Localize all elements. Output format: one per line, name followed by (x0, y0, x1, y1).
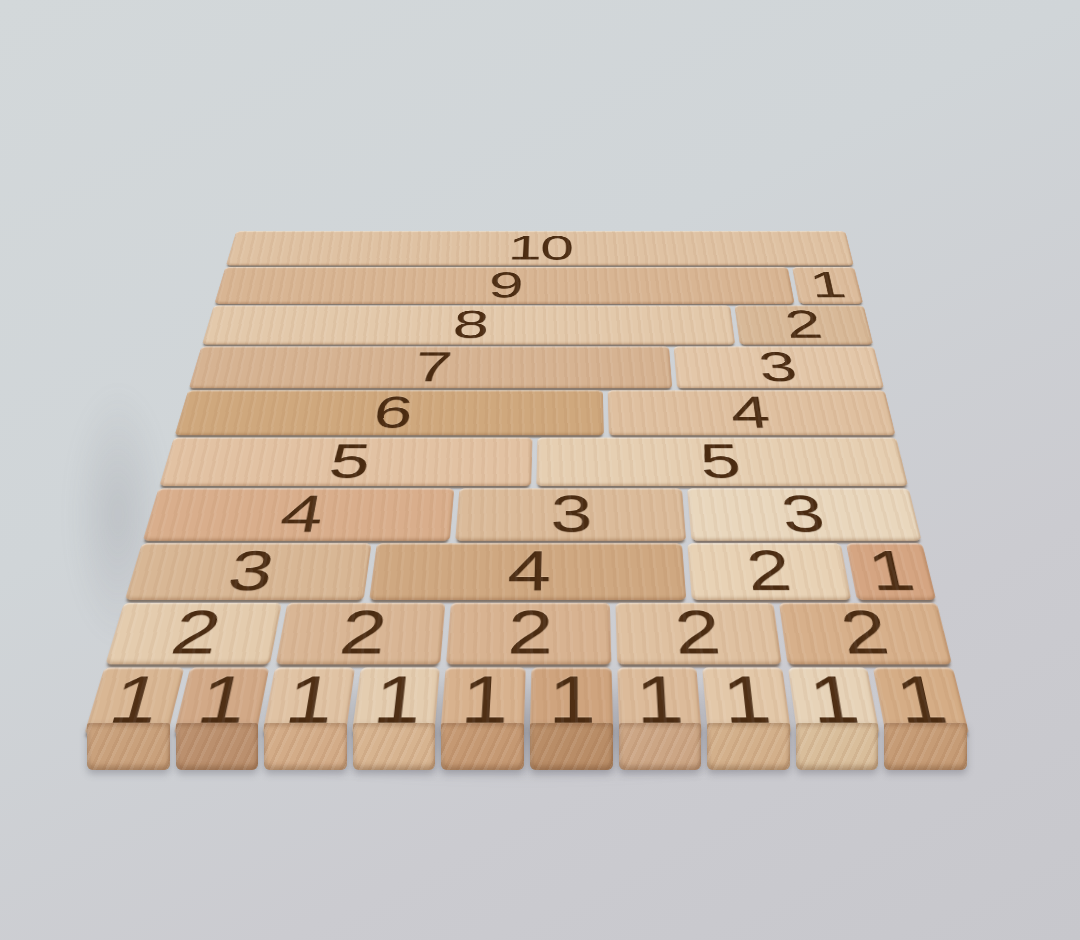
engraved-number: 2 (336, 601, 388, 663)
cube-front-face (796, 723, 879, 770)
rod-8[interactable]: 8 (202, 305, 735, 344)
rod-3[interactable]: 3 (455, 488, 685, 540)
rod-2[interactable]: 2 (615, 603, 782, 665)
row-3-4-2-1: 3421 (122, 542, 940, 601)
rod-6[interactable]: 6 (175, 390, 605, 435)
rod-2[interactable]: 2 (446, 603, 611, 665)
rod-5[interactable]: 5 (159, 438, 532, 486)
row-10: 10 (223, 230, 856, 266)
row-9-1: 91 (212, 266, 866, 304)
cube-front-face (264, 723, 347, 770)
engraved-number: 1 (863, 542, 917, 599)
rod-2[interactable]: 2 (735, 305, 874, 344)
rod-3[interactable]: 3 (125, 543, 371, 600)
rod-3[interactable]: 3 (687, 488, 922, 540)
engraved-number: 2 (673, 601, 721, 663)
cube-front-face (530, 723, 613, 770)
cube-front-face (176, 723, 259, 770)
cube-front-face (884, 723, 967, 770)
engraved-number: 2 (744, 542, 793, 599)
row-4-3-3: 433 (140, 487, 925, 542)
row-2-2-2-2-2: 22222 (102, 601, 955, 666)
rod-7[interactable]: 7 (189, 346, 672, 388)
rod-4[interactable]: 4 (369, 543, 687, 600)
rod-2[interactable]: 2 (105, 603, 282, 665)
engraved-number: 8 (451, 305, 489, 344)
cube-1[interactable]: 1 (846, 543, 936, 600)
engraved-number: 10 (507, 230, 572, 264)
rod-2[interactable]: 2 (688, 543, 852, 600)
rod-4[interactable]: 4 (143, 488, 455, 540)
row-6-4: 64 (172, 389, 899, 436)
row-5-5: 55 (156, 436, 911, 487)
engraved-number: 4 (507, 542, 550, 599)
rod-9[interactable]: 9 (214, 267, 794, 304)
engraved-number: 4 (276, 487, 326, 539)
rod-2[interactable]: 2 (276, 603, 446, 665)
cube-front-row (84, 723, 970, 770)
cube-front-face (619, 723, 702, 770)
photo-backdrop: 1091827364554333421222221111111111 (0, 0, 1080, 940)
cube-front-face (87, 723, 170, 770)
rod-2[interactable]: 2 (779, 603, 952, 665)
engraved-number: 7 (412, 346, 452, 388)
board-perspective-wrap: 1091827364554333421222221111111111 (84, 0, 995, 725)
engraved-number: 3 (223, 542, 277, 599)
rods-board: 1091827364554333421222221111111111 (84, 230, 970, 725)
engraved-number: 5 (698, 436, 742, 484)
cube-front-face (707, 723, 790, 770)
engraved-number: 4 (728, 389, 771, 434)
cube-front-face (353, 723, 436, 770)
cube-front-face (441, 723, 524, 770)
rod-10[interactable]: 10 (226, 231, 854, 265)
engraved-number: 9 (487, 266, 522, 303)
row-8-2: 82 (199, 305, 875, 346)
engraved-number: 3 (778, 487, 826, 539)
rod-3[interactable]: 3 (673, 346, 884, 388)
rod-4[interactable]: 4 (608, 390, 896, 435)
engraved-number: 2 (166, 601, 225, 663)
engraved-number: 5 (326, 436, 372, 484)
rod-5[interactable]: 5 (536, 438, 908, 486)
cube-1[interactable]: 1 (792, 267, 863, 304)
engraved-number: 2 (782, 305, 824, 344)
engraved-number: 6 (371, 389, 414, 434)
engraved-number: 1 (806, 266, 847, 303)
row-7-3: 73 (186, 346, 887, 390)
engraved-number: 2 (507, 601, 552, 663)
engraved-number: 2 (836, 601, 891, 663)
engraved-number: 3 (550, 487, 591, 539)
engraved-number: 3 (756, 346, 798, 388)
